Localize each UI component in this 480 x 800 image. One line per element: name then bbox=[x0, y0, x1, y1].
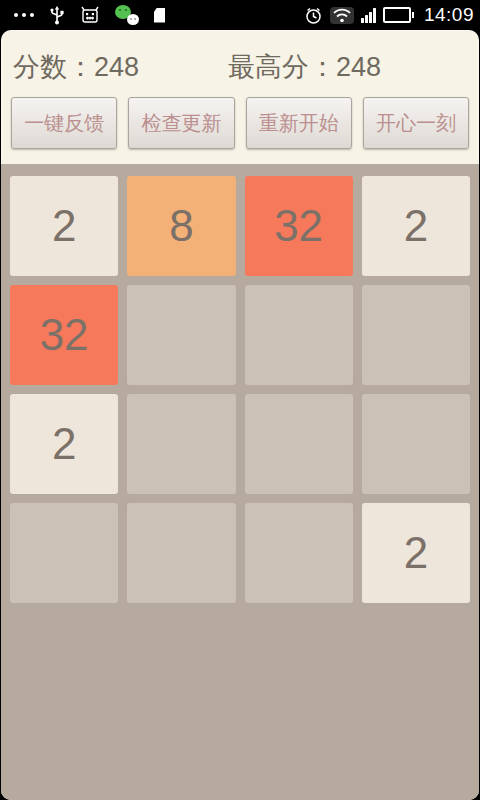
score-current: 分数：248 bbox=[13, 51, 139, 83]
restart-button[interactable]: 重新开始 bbox=[246, 97, 352, 149]
status-bar: 14:09 bbox=[0, 0, 480, 30]
android-screen: { "game": "2048", "position": { "rows": … bbox=[0, 0, 480, 800]
empty-cell-r2c3 bbox=[245, 285, 353, 385]
status-time: 14:09 bbox=[424, 4, 474, 26]
signal-icon bbox=[361, 8, 376, 23]
toolbar: 一键反馈 检查更新 重新开始 开心一刻 bbox=[11, 97, 469, 149]
best-score-label: 最高分： bbox=[228, 52, 336, 82]
empty-cell-r2c4 bbox=[362, 285, 470, 385]
feedback-button[interactable]: 一键反馈 bbox=[11, 97, 117, 149]
tile-2-r4c4: 2 bbox=[362, 503, 470, 603]
more-notifications-icon bbox=[14, 13, 34, 17]
board-grid: 283223222 bbox=[10, 176, 470, 603]
empty-cell-r3c3 bbox=[245, 394, 353, 494]
tile-2-r1c1: 2 bbox=[10, 176, 118, 276]
tile-32-r2c1: 32 bbox=[10, 285, 118, 385]
score-label: 分数： bbox=[13, 52, 94, 82]
empty-cell-r2c2 bbox=[127, 285, 235, 385]
score-best: 最高分：248 bbox=[228, 51, 381, 83]
usb-icon bbox=[49, 6, 65, 25]
sd-card-icon bbox=[154, 8, 165, 23]
score-header: 分数：248 最高分：248 bbox=[13, 51, 467, 83]
app-window: 分数：248 最高分：248 一键反馈 检查更新 重新开始 开心一刻 28322… bbox=[1, 30, 479, 800]
empty-cell-r4c2 bbox=[127, 503, 235, 603]
tile-2-r3c1: 2 bbox=[10, 394, 118, 494]
robot-icon bbox=[80, 6, 100, 24]
tile-8-r1c2: 8 bbox=[127, 176, 235, 276]
battery-icon bbox=[383, 7, 414, 23]
empty-cell-r4c1 bbox=[10, 503, 118, 603]
happy-moment-button[interactable]: 开心一刻 bbox=[363, 97, 469, 149]
alarm-icon bbox=[304, 6, 323, 25]
best-score-value: 248 bbox=[336, 52, 381, 82]
score-value: 248 bbox=[94, 52, 139, 82]
empty-cell-r4c3 bbox=[245, 503, 353, 603]
wifi-icon bbox=[330, 7, 354, 24]
empty-cell-r3c2 bbox=[127, 394, 235, 494]
tile-32-r1c3: 32 bbox=[245, 176, 353, 276]
game-board[interactable]: 283223222 bbox=[1, 164, 479, 800]
wechat-icon bbox=[115, 5, 139, 25]
empty-cell-r3c4 bbox=[362, 394, 470, 494]
tile-2-r1c4: 2 bbox=[362, 176, 470, 276]
check-update-button[interactable]: 检查更新 bbox=[128, 97, 234, 149]
